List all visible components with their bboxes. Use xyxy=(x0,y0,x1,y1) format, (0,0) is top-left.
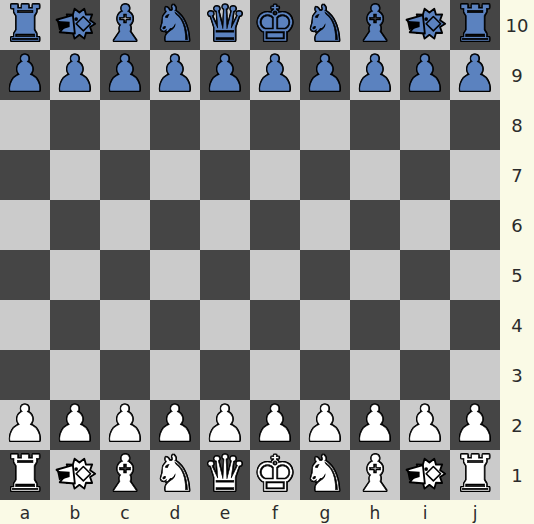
square-g9[interactable]: ♟ xyxy=(300,50,350,100)
square-f4[interactable] xyxy=(250,300,300,350)
file-label-g: g xyxy=(300,500,350,524)
square-i3[interactable] xyxy=(400,350,450,400)
square-a10[interactable]: ♜ xyxy=(0,0,50,50)
rank-label-10: 10 xyxy=(500,0,534,50)
square-h2[interactable]: ♟ xyxy=(350,400,400,450)
square-g4[interactable] xyxy=(300,300,350,350)
square-a7[interactable] xyxy=(0,150,50,200)
rank-label-4: 4 xyxy=(500,300,534,350)
piece-black-queen[interactable]: ♛ xyxy=(203,0,248,49)
square-b1[interactable] xyxy=(50,450,100,500)
square-i4[interactable] xyxy=(400,300,450,350)
piece-black-lion[interactable] xyxy=(53,4,98,46)
square-f6[interactable] xyxy=(250,200,300,250)
piece-white-pawn[interactable]: ♟ xyxy=(453,400,498,449)
square-g5[interactable] xyxy=(300,250,350,300)
file-label-e: e xyxy=(200,500,250,524)
square-f7[interactable] xyxy=(250,150,300,200)
square-j5[interactable] xyxy=(450,250,500,300)
square-g1[interactable]: ♞ xyxy=(300,450,350,500)
square-f9[interactable]: ♟ xyxy=(250,50,300,100)
piece-white-king[interactable]: ♚ xyxy=(253,450,298,499)
piece-black-knight[interactable]: ♞ xyxy=(153,0,198,49)
square-d8[interactable] xyxy=(150,100,200,150)
rank-label-9: 9 xyxy=(500,50,534,100)
piece-white-pawn[interactable]: ♟ xyxy=(53,400,98,449)
square-f10[interactable]: ♚ xyxy=(250,0,300,50)
piece-black-knight[interactable]: ♞ xyxy=(303,0,348,49)
piece-white-knight[interactable]: ♞ xyxy=(303,450,348,499)
square-h1[interactable]: ♝ xyxy=(350,450,400,500)
square-b10[interactable] xyxy=(50,0,100,50)
square-i9[interactable]: ♟ xyxy=(400,50,450,100)
square-e7[interactable] xyxy=(200,150,250,200)
square-d10[interactable]: ♞ xyxy=(150,0,200,50)
square-g3[interactable] xyxy=(300,350,350,400)
square-i6[interactable] xyxy=(400,200,450,250)
file-coordinates: abcdefghij xyxy=(0,500,500,524)
square-h3[interactable] xyxy=(350,350,400,400)
piece-black-rook[interactable]: ♜ xyxy=(3,0,48,49)
square-c1[interactable]: ♝ xyxy=(100,450,150,500)
square-a6[interactable] xyxy=(0,200,50,250)
square-h7[interactable] xyxy=(350,150,400,200)
rank-label-3: 3 xyxy=(500,350,534,400)
square-b5[interactable] xyxy=(50,250,100,300)
square-i7[interactable] xyxy=(400,150,450,200)
square-c9[interactable]: ♟ xyxy=(100,50,150,100)
rank-label-6: 6 xyxy=(500,200,534,250)
square-e5[interactable] xyxy=(200,250,250,300)
square-i1[interactable] xyxy=(400,450,450,500)
rank-label-2: 2 xyxy=(500,400,534,450)
square-j10[interactable]: ♜ xyxy=(450,0,500,50)
square-f5[interactable] xyxy=(250,250,300,300)
piece-black-pawn[interactable]: ♟ xyxy=(3,50,48,99)
lion-icon xyxy=(53,4,98,46)
file-label-b: b xyxy=(50,500,100,524)
piece-white-knight[interactable]: ♞ xyxy=(153,450,198,499)
piece-white-pawn[interactable]: ♟ xyxy=(253,400,298,449)
piece-white-lion[interactable] xyxy=(53,454,98,496)
square-h6[interactable] xyxy=(350,200,400,250)
square-g6[interactable] xyxy=(300,200,350,250)
piece-white-bishop[interactable]: ♝ xyxy=(103,450,148,499)
piece-black-pawn[interactable]: ♟ xyxy=(303,50,348,99)
square-d6[interactable] xyxy=(150,200,200,250)
piece-black-pawn[interactable]: ♟ xyxy=(153,50,198,99)
square-b9[interactable]: ♟ xyxy=(50,50,100,100)
rank-label-5: 5 xyxy=(500,250,534,300)
piece-white-pawn[interactable]: ♟ xyxy=(353,400,398,449)
piece-black-pawn[interactable]: ♟ xyxy=(353,50,398,99)
rank-label-1: 1 xyxy=(500,450,534,500)
square-d3[interactable] xyxy=(150,350,200,400)
square-f3[interactable] xyxy=(250,350,300,400)
piece-black-pawn[interactable]: ♟ xyxy=(53,50,98,99)
piece-black-pawn[interactable]: ♟ xyxy=(103,50,148,99)
piece-white-pawn[interactable]: ♟ xyxy=(3,400,48,449)
square-g10[interactable]: ♞ xyxy=(300,0,350,50)
square-d4[interactable] xyxy=(150,300,200,350)
square-d1[interactable]: ♞ xyxy=(150,450,200,500)
rank-label-7: 7 xyxy=(500,150,534,200)
square-d2[interactable]: ♟ xyxy=(150,400,200,450)
square-g8[interactable] xyxy=(300,100,350,150)
square-e1[interactable]: ♛ xyxy=(200,450,250,500)
square-c3[interactable] xyxy=(100,350,150,400)
file-label-f: f xyxy=(250,500,300,524)
square-g7[interactable] xyxy=(300,150,350,200)
file-label-h: h xyxy=(350,500,400,524)
piece-white-pawn[interactable]: ♟ xyxy=(153,400,198,449)
piece-black-pawn[interactable]: ♟ xyxy=(403,50,448,99)
square-b3[interactable] xyxy=(50,350,100,400)
square-e3[interactable] xyxy=(200,350,250,400)
piece-white-pawn[interactable]: ♟ xyxy=(203,400,248,449)
square-i10[interactable] xyxy=(400,0,450,50)
square-c6[interactable] xyxy=(100,200,150,250)
square-j2[interactable]: ♟ xyxy=(450,400,500,450)
square-i8[interactable] xyxy=(400,100,450,150)
square-j7[interactable] xyxy=(450,150,500,200)
piece-black-king[interactable]: ♚ xyxy=(253,0,298,49)
piece-white-queen[interactable]: ♛ xyxy=(203,450,248,499)
file-label-j: j xyxy=(450,500,500,524)
chess-board: ♜♝♞♛♚♞♝♜♟♟♟♟♟♟♟♟♟♟♟♟♟♟♟♟♟♟♟♟♜♝♞♛♚♞♝♜ xyxy=(0,0,500,500)
square-e2[interactable]: ♟ xyxy=(200,400,250,450)
square-a1[interactable]: ♜ xyxy=(0,450,50,500)
square-i5[interactable] xyxy=(400,250,450,300)
piece-white-rook[interactable]: ♜ xyxy=(453,450,498,499)
piece-white-bishop[interactable]: ♝ xyxy=(353,450,398,499)
square-a9[interactable]: ♟ xyxy=(0,50,50,100)
rank-label-8: 8 xyxy=(500,100,534,150)
square-c5[interactable] xyxy=(100,250,150,300)
piece-black-lion[interactable] xyxy=(403,4,448,46)
piece-black-bishop[interactable]: ♝ xyxy=(353,0,398,49)
piece-black-pawn[interactable]: ♟ xyxy=(203,50,248,99)
square-h10[interactable]: ♝ xyxy=(350,0,400,50)
square-j4[interactable] xyxy=(450,300,500,350)
piece-white-lion[interactable] xyxy=(403,454,448,496)
square-c4[interactable] xyxy=(100,300,150,350)
square-h9[interactable]: ♟ xyxy=(350,50,400,100)
square-a8[interactable] xyxy=(0,100,50,150)
piece-black-bishop[interactable]: ♝ xyxy=(103,0,148,49)
square-b2[interactable]: ♟ xyxy=(50,400,100,450)
square-a4[interactable] xyxy=(0,300,50,350)
piece-black-pawn[interactable]: ♟ xyxy=(453,50,498,99)
square-f2[interactable]: ♟ xyxy=(250,400,300,450)
square-a5[interactable] xyxy=(0,250,50,300)
square-d7[interactable] xyxy=(150,150,200,200)
piece-white-pawn[interactable]: ♟ xyxy=(103,400,148,449)
file-label-c: c xyxy=(100,500,150,524)
square-b8[interactable] xyxy=(50,100,100,150)
square-b6[interactable] xyxy=(50,200,100,250)
game-window: ♜♝♞♛♚♞♝♜♟♟♟♟♟♟♟♟♟♟♟♟♟♟♟♟♟♟♟♟♜♝♞♛♚♞♝♜ 109… xyxy=(0,0,534,524)
piece-black-rook[interactable]: ♜ xyxy=(453,0,498,49)
square-b4[interactable] xyxy=(50,300,100,350)
lion-icon xyxy=(403,454,448,496)
square-h4[interactable] xyxy=(350,300,400,350)
square-c10[interactable]: ♝ xyxy=(100,0,150,50)
square-h5[interactable] xyxy=(350,250,400,300)
square-e4[interactable] xyxy=(200,300,250,350)
square-e6[interactable] xyxy=(200,200,250,250)
rank-coordinates: 10987654321 xyxy=(500,0,534,500)
square-a2[interactable]: ♟ xyxy=(0,400,50,450)
piece-white-pawn[interactable]: ♟ xyxy=(303,400,348,449)
square-i2[interactable]: ♟ xyxy=(400,400,450,450)
piece-white-rook[interactable]: ♜ xyxy=(3,450,48,499)
square-j3[interactable] xyxy=(450,350,500,400)
square-d9[interactable]: ♟ xyxy=(150,50,200,100)
square-j9[interactable]: ♟ xyxy=(450,50,500,100)
square-f8[interactable] xyxy=(250,100,300,150)
square-j6[interactable] xyxy=(450,200,500,250)
square-c2[interactable]: ♟ xyxy=(100,400,150,450)
square-j8[interactable] xyxy=(450,100,500,150)
square-f1[interactable]: ♚ xyxy=(250,450,300,500)
square-e8[interactable] xyxy=(200,100,250,150)
square-e10[interactable]: ♛ xyxy=(200,0,250,50)
file-label-d: d xyxy=(150,500,200,524)
file-label-a: a xyxy=(0,500,50,524)
lion-icon xyxy=(403,4,448,46)
piece-black-pawn[interactable]: ♟ xyxy=(253,50,298,99)
square-a3[interactable] xyxy=(0,350,50,400)
square-c8[interactable] xyxy=(100,100,150,150)
square-j1[interactable]: ♜ xyxy=(450,450,500,500)
square-c7[interactable] xyxy=(100,150,150,200)
square-d5[interactable] xyxy=(150,250,200,300)
square-h8[interactable] xyxy=(350,100,400,150)
square-b7[interactable] xyxy=(50,150,100,200)
piece-white-pawn[interactable]: ♟ xyxy=(403,400,448,449)
square-g2[interactable]: ♟ xyxy=(300,400,350,450)
square-e9[interactable]: ♟ xyxy=(200,50,250,100)
lion-icon xyxy=(53,454,98,496)
file-label-i: i xyxy=(400,500,450,524)
